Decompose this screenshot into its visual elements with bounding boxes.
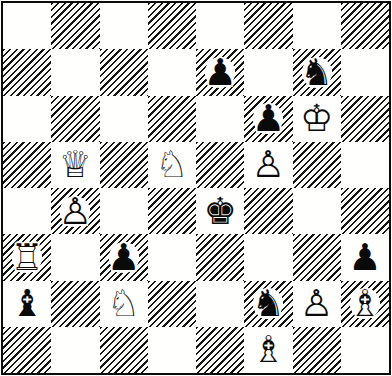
square-e1 [196,327,244,373]
square-f3 [244,234,292,280]
square-g6: ♔ [293,96,341,142]
white-bishop: ♗ [247,328,289,371]
square-g8 [293,3,341,49]
square-a3: ♖ [3,234,51,280]
square-g1 [293,327,341,373]
square-h8 [341,3,389,49]
square-g4 [293,188,341,234]
square-f6: ♟ [244,96,292,142]
black-king: ♚ [199,190,241,233]
square-c4 [100,188,148,234]
square-b6 [51,96,99,142]
black-pawn: ♟ [247,97,289,140]
white-queen: ♕ [54,143,96,186]
square-d2 [148,281,196,327]
square-e7: ♟ [196,49,244,95]
square-b4: ♙ [51,188,99,234]
square-d4 [148,188,196,234]
black-pawn: ♟ [344,236,386,279]
square-c1 [100,327,148,373]
square-b3 [51,234,99,280]
square-b2 [51,281,99,327]
square-b8 [51,3,99,49]
square-g2: ♙ [293,281,341,327]
square-h4 [341,188,389,234]
square-e6 [196,96,244,142]
square-e3 [196,234,244,280]
white-knight: ♘ [151,143,193,186]
diagram-frame: ♟♞♟♔♕♘♙♙♚♖♟♟♝♘♞♙♗♗ [0,0,392,376]
square-a2: ♝ [3,281,51,327]
square-d6 [148,96,196,142]
square-e4: ♚ [196,188,244,234]
square-a4 [3,188,51,234]
square-g3 [293,234,341,280]
white-knight: ♘ [103,282,145,325]
white-bishop: ♗ [344,282,386,325]
square-f8 [244,3,292,49]
square-c5 [100,142,148,188]
square-a5 [3,142,51,188]
square-a7 [3,49,51,95]
square-d5: ♘ [148,142,196,188]
square-h7 [341,49,389,95]
black-knight: ♞ [296,51,338,94]
square-h5 [341,142,389,188]
square-e2 [196,281,244,327]
white-king: ♔ [296,97,338,140]
square-c7 [100,49,148,95]
square-c3: ♟ [100,234,148,280]
square-e8 [196,3,244,49]
square-f7 [244,49,292,95]
square-c2: ♘ [100,281,148,327]
square-d8 [148,3,196,49]
square-a8 [3,3,51,49]
square-f5: ♙ [244,142,292,188]
white-pawn: ♙ [296,282,338,325]
square-b5: ♕ [51,142,99,188]
square-b1 [51,327,99,373]
chess-board: ♟♞♟♔♕♘♙♙♚♖♟♟♝♘♞♙♗♗ [1,1,391,375]
square-d3 [148,234,196,280]
square-e5 [196,142,244,188]
square-f4 [244,188,292,234]
square-a1 [3,327,51,373]
square-h2: ♗ [341,281,389,327]
square-d7 [148,49,196,95]
black-bishop: ♝ [6,282,48,325]
white-pawn: ♙ [247,143,289,186]
black-knight: ♞ [247,282,289,325]
square-d1 [148,327,196,373]
white-rook: ♖ [6,236,48,279]
black-pawn: ♟ [199,51,241,94]
square-g7: ♞ [293,49,341,95]
black-pawn: ♟ [103,236,145,279]
square-g5 [293,142,341,188]
square-a6 [3,96,51,142]
square-h3: ♟ [341,234,389,280]
square-h1 [341,327,389,373]
square-h6 [341,96,389,142]
white-pawn: ♙ [54,190,96,233]
square-c6 [100,96,148,142]
square-f2: ♞ [244,281,292,327]
square-f1: ♗ [244,327,292,373]
square-b7 [51,49,99,95]
square-c8 [100,3,148,49]
